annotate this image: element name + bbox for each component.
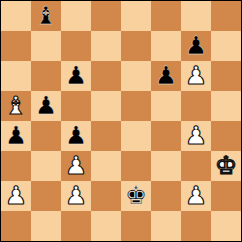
- square-c2[interactable]: ♟: [61, 181, 91, 211]
- black-king: ♚: [125, 181, 147, 211]
- square-h6[interactable]: [211, 61, 241, 91]
- square-f1[interactable]: [151, 211, 181, 241]
- square-d5[interactable]: [91, 91, 121, 121]
- square-a1[interactable]: [1, 211, 31, 241]
- square-g8[interactable]: [181, 1, 211, 31]
- square-a2[interactable]: ♟: [1, 181, 31, 211]
- square-b2[interactable]: [31, 181, 61, 211]
- black-pawn: ♟: [185, 31, 207, 61]
- square-c8[interactable]: [61, 1, 91, 31]
- square-d2[interactable]: [91, 181, 121, 211]
- square-f2[interactable]: [151, 181, 181, 211]
- square-g1[interactable]: [181, 211, 211, 241]
- white-king: ♚: [215, 151, 237, 181]
- square-d8[interactable]: [91, 1, 121, 31]
- white-pawn: ♟: [65, 151, 87, 181]
- square-c7[interactable]: [61, 31, 91, 61]
- square-e1[interactable]: [121, 211, 151, 241]
- square-a7[interactable]: [1, 31, 31, 61]
- square-g3[interactable]: [181, 151, 211, 181]
- square-g6[interactable]: ♟: [181, 61, 211, 91]
- square-d7[interactable]: [91, 31, 121, 61]
- white-bishop: ♝: [5, 91, 27, 121]
- square-a6[interactable]: [1, 61, 31, 91]
- square-e3[interactable]: [121, 151, 151, 181]
- square-h3[interactable]: ♚: [211, 151, 241, 181]
- square-g7[interactable]: ♟: [181, 31, 211, 61]
- white-pawn: ♟: [5, 181, 27, 211]
- square-e8[interactable]: [121, 1, 151, 31]
- black-pawn: ♟: [5, 121, 27, 151]
- square-f8[interactable]: [151, 1, 181, 31]
- square-e2[interactable]: ♚: [121, 181, 151, 211]
- square-h1[interactable]: [211, 211, 241, 241]
- square-h7[interactable]: [211, 31, 241, 61]
- square-e7[interactable]: [121, 31, 151, 61]
- square-g5[interactable]: [181, 91, 211, 121]
- chess-board: ♝♟♟♟♟♝♟♟♟♟♟♚♟♟♚♟: [0, 0, 242, 242]
- square-a8[interactable]: [1, 1, 31, 31]
- square-c4[interactable]: ♟: [61, 121, 91, 151]
- black-pawn: ♟: [35, 91, 57, 121]
- square-d6[interactable]: [91, 61, 121, 91]
- square-f4[interactable]: [151, 121, 181, 151]
- square-f7[interactable]: [151, 31, 181, 61]
- square-h2[interactable]: [211, 181, 241, 211]
- square-h5[interactable]: [211, 91, 241, 121]
- square-g2[interactable]: ♟: [181, 181, 211, 211]
- white-pawn: ♟: [65, 181, 87, 211]
- black-bishop: ♝: [35, 1, 57, 31]
- square-h4[interactable]: [211, 121, 241, 151]
- square-d1[interactable]: [91, 211, 121, 241]
- white-pawn: ♟: [185, 181, 207, 211]
- black-pawn: ♟: [65, 121, 87, 151]
- black-pawn: ♟: [65, 61, 87, 91]
- square-a3[interactable]: [1, 151, 31, 181]
- square-f3[interactable]: [151, 151, 181, 181]
- square-b7[interactable]: [31, 31, 61, 61]
- square-e4[interactable]: [121, 121, 151, 151]
- square-c1[interactable]: [61, 211, 91, 241]
- square-c5[interactable]: [61, 91, 91, 121]
- square-b5[interactable]: ♟: [31, 91, 61, 121]
- square-h8[interactable]: [211, 1, 241, 31]
- square-g4[interactable]: ♟: [181, 121, 211, 151]
- square-f5[interactable]: [151, 91, 181, 121]
- square-e6[interactable]: [121, 61, 151, 91]
- square-d4[interactable]: [91, 121, 121, 151]
- square-c6[interactable]: ♟: [61, 61, 91, 91]
- square-b1[interactable]: [31, 211, 61, 241]
- square-c3[interactable]: ♟: [61, 151, 91, 181]
- square-b6[interactable]: [31, 61, 61, 91]
- square-b3[interactable]: [31, 151, 61, 181]
- square-f6[interactable]: ♟: [151, 61, 181, 91]
- white-pawn: ♟: [185, 61, 207, 91]
- white-pawn: ♟: [185, 121, 207, 151]
- square-a4[interactable]: ♟: [1, 121, 31, 151]
- square-a5[interactable]: ♝: [1, 91, 31, 121]
- black-pawn: ♟: [155, 61, 177, 91]
- square-e5[interactable]: [121, 91, 151, 121]
- square-b4[interactable]: [31, 121, 61, 151]
- square-b8[interactable]: ♝: [31, 1, 61, 31]
- square-d3[interactable]: [91, 151, 121, 181]
